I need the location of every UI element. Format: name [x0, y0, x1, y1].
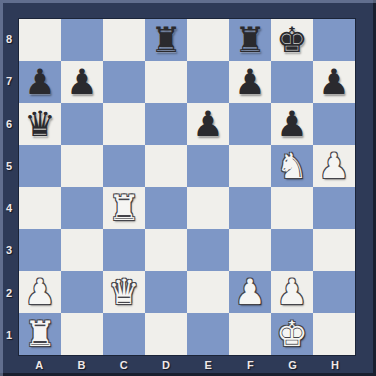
square-g6[interactable]: ♟ [271, 103, 313, 145]
rank-label-2: 2 [0, 272, 18, 314]
file-label-a: A [18, 356, 60, 373]
square-b7[interactable]: ♟ [61, 61, 103, 103]
file-label-h: H [314, 356, 356, 373]
rank-label-4: 4 [0, 187, 18, 229]
square-f6[interactable] [229, 103, 271, 145]
square-g7[interactable] [271, 61, 313, 103]
piece-white-pawn-h5[interactable]: ♟ [313, 145, 355, 187]
piece-black-pawn-f7[interactable]: ♟ [229, 61, 271, 103]
file-label-g: G [272, 356, 314, 373]
square-d8[interactable]: ♜ [145, 19, 187, 61]
square-a8[interactable] [19, 19, 61, 61]
rank-label-1: 1 [0, 314, 18, 356]
rank-label-6: 6 [0, 103, 18, 145]
square-f2[interactable]: ♟ [229, 271, 271, 313]
square-d1[interactable] [145, 313, 187, 355]
square-b4[interactable] [61, 187, 103, 229]
square-b1[interactable] [61, 313, 103, 355]
square-a6[interactable]: ♛ [19, 103, 61, 145]
square-f7[interactable]: ♟ [229, 61, 271, 103]
square-f8[interactable]: ♜ [229, 19, 271, 61]
square-h1[interactable] [313, 313, 355, 355]
chess-diagram: 87654321 ♜♜♚♟♟♟♟♛♟♟♞♟♜♟♛♟♟♜♚ ABCDEFGH [0, 0, 376, 376]
square-g8[interactable]: ♚ [271, 19, 313, 61]
square-e8[interactable] [187, 19, 229, 61]
chess-board: ♜♜♚♟♟♟♟♛♟♟♞♟♜♟♛♟♟♜♚ [18, 18, 356, 356]
square-e7[interactable] [187, 61, 229, 103]
file-label-e: E [187, 356, 229, 373]
square-c2[interactable]: ♛ [103, 271, 145, 313]
square-g2[interactable]: ♟ [271, 271, 313, 313]
square-h5[interactable]: ♟ [313, 145, 355, 187]
piece-white-queen-c2[interactable]: ♛ [103, 271, 145, 313]
square-b8[interactable] [61, 19, 103, 61]
square-g3[interactable] [271, 229, 313, 271]
square-f3[interactable] [229, 229, 271, 271]
square-g5[interactable]: ♞ [271, 145, 313, 187]
piece-black-rook-d8[interactable]: ♜ [145, 19, 187, 61]
square-f5[interactable] [229, 145, 271, 187]
square-e4[interactable] [187, 187, 229, 229]
square-a3[interactable] [19, 229, 61, 271]
file-labels: ABCDEFGH [18, 356, 356, 373]
square-d3[interactable] [145, 229, 187, 271]
piece-black-pawn-b7[interactable]: ♟ [61, 61, 103, 103]
square-h4[interactable] [313, 187, 355, 229]
square-a7[interactable]: ♟ [19, 61, 61, 103]
square-c5[interactable] [103, 145, 145, 187]
piece-black-king-g8[interactable]: ♚ [271, 19, 313, 61]
square-d2[interactable] [145, 271, 187, 313]
piece-white-king-g1[interactable]: ♚ [271, 313, 313, 355]
piece-white-pawn-a2[interactable]: ♟ [19, 271, 61, 313]
piece-black-pawn-g6[interactable]: ♟ [271, 103, 313, 145]
rank-labels: 87654321 [0, 18, 18, 356]
square-b5[interactable] [61, 145, 103, 187]
rank-label-8: 8 [0, 18, 18, 60]
square-d6[interactable] [145, 103, 187, 145]
piece-white-pawn-f2[interactable]: ♟ [229, 271, 271, 313]
square-h2[interactable] [313, 271, 355, 313]
square-c6[interactable] [103, 103, 145, 145]
file-label-b: B [60, 356, 102, 373]
piece-black-pawn-a7[interactable]: ♟ [19, 61, 61, 103]
square-h6[interactable] [313, 103, 355, 145]
square-f1[interactable] [229, 313, 271, 355]
piece-white-rook-c4[interactable]: ♜ [103, 187, 145, 229]
square-c8[interactable] [103, 19, 145, 61]
square-b2[interactable] [61, 271, 103, 313]
square-a5[interactable] [19, 145, 61, 187]
square-g4[interactable] [271, 187, 313, 229]
piece-black-queen-a6[interactable]: ♛ [19, 103, 61, 145]
square-e1[interactable] [187, 313, 229, 355]
square-d7[interactable] [145, 61, 187, 103]
square-c4[interactable]: ♜ [103, 187, 145, 229]
square-h3[interactable] [313, 229, 355, 271]
square-c1[interactable] [103, 313, 145, 355]
piece-white-knight-g5[interactable]: ♞ [271, 145, 313, 187]
rank-label-5: 5 [0, 145, 18, 187]
square-d4[interactable] [145, 187, 187, 229]
piece-black-pawn-e6[interactable]: ♟ [187, 103, 229, 145]
square-a2[interactable]: ♟ [19, 271, 61, 313]
square-c7[interactable] [103, 61, 145, 103]
square-a1[interactable]: ♜ [19, 313, 61, 355]
square-c3[interactable] [103, 229, 145, 271]
square-g1[interactable]: ♚ [271, 313, 313, 355]
square-e5[interactable] [187, 145, 229, 187]
square-e2[interactable] [187, 271, 229, 313]
square-e6[interactable]: ♟ [187, 103, 229, 145]
rank-label-7: 7 [0, 60, 18, 102]
square-b3[interactable] [61, 229, 103, 271]
square-d5[interactable] [145, 145, 187, 187]
square-f4[interactable] [229, 187, 271, 229]
rank-label-3: 3 [0, 229, 18, 271]
piece-white-rook-a1[interactable]: ♜ [19, 313, 61, 355]
square-b6[interactable] [61, 103, 103, 145]
piece-black-pawn-h7[interactable]: ♟ [313, 61, 355, 103]
piece-black-rook-f8[interactable]: ♜ [229, 19, 271, 61]
file-label-c: C [103, 356, 145, 373]
file-label-d: D [145, 356, 187, 373]
file-label-f: F [229, 356, 271, 373]
square-a4[interactable] [19, 187, 61, 229]
square-e3[interactable] [187, 229, 229, 271]
square-h8[interactable] [313, 19, 355, 61]
square-h7[interactable]: ♟ [313, 61, 355, 103]
piece-white-pawn-g2[interactable]: ♟ [271, 271, 313, 313]
